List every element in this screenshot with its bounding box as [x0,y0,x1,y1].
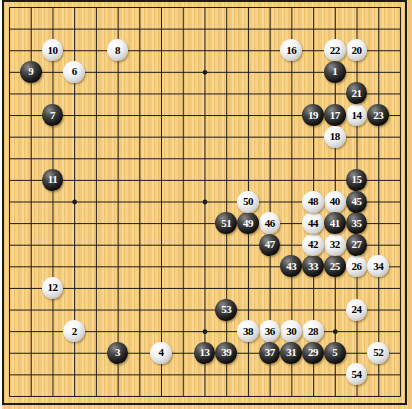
white-stone-4[interactable]: 4 [150,342,172,364]
move-number: 29 [308,347,318,358]
board-point: 49 [237,212,259,234]
black-stone-51[interactable]: 51 [215,212,237,234]
move-number: 21 [352,87,362,98]
board-point: 18 [324,126,346,148]
white-stone-2[interactable]: 2 [63,320,85,342]
board-point: 26 [346,256,368,278]
black-stone-33[interactable]: 33 [302,255,324,277]
move-number: 35 [352,217,362,228]
board-point: 40 [324,191,346,213]
board-point: 10 [42,39,64,61]
white-stone-54[interactable]: 54 [346,363,368,385]
black-stone-35[interactable]: 35 [346,212,368,234]
move-number: 6 [72,66,77,77]
move-number: 37 [265,347,275,358]
board-point: 29 [302,342,324,364]
board-point: 39 [215,342,237,364]
board-point: 52 [367,342,389,364]
board-point: 47 [259,234,281,256]
move-number: 5 [332,347,337,358]
move-number: 54 [352,368,362,379]
white-stone-6[interactable]: 6 [63,61,85,83]
white-stone-52[interactable]: 52 [367,342,389,364]
move-number: 43 [286,260,296,271]
black-stone-19[interactable]: 19 [302,104,324,126]
black-stone-7[interactable]: 7 [42,104,64,126]
move-number: 22 [330,44,340,55]
board-point: 8 [107,39,129,61]
board-point: 37 [259,342,281,364]
black-stone-53[interactable]: 53 [215,299,237,321]
white-stone-28[interactable]: 28 [302,320,324,342]
move-number: 46 [265,217,275,228]
move-number: 45 [352,196,362,207]
white-stone-22[interactable]: 22 [324,39,346,61]
move-number: 10 [47,44,57,55]
move-number: 27 [352,239,362,250]
move-number: 38 [243,325,253,336]
move-number: 14 [352,109,362,120]
black-stone-11[interactable]: 11 [42,169,64,191]
white-stone-8[interactable]: 8 [107,39,129,61]
move-number: 4 [159,347,164,358]
black-stone-9[interactable]: 9 [20,61,42,83]
go-board: 1234567891011121314151617181920212223242… [0,0,412,409]
move-number: 2 [72,325,77,336]
move-number: 52 [373,347,383,358]
board-point: 45 [346,191,368,213]
board-point: 20 [346,39,368,61]
board-point: 48 [302,191,324,213]
move-number: 15 [352,174,362,185]
board-point: 46 [259,212,281,234]
board-point: 5 [324,342,346,364]
black-stone-27[interactable]: 27 [346,234,368,256]
move-number: 44 [308,217,318,228]
white-stone-42[interactable]: 42 [302,234,324,256]
move-number: 18 [330,131,340,142]
white-stone-12[interactable]: 12 [42,277,64,299]
black-stone-45[interactable]: 45 [346,191,368,213]
move-number: 32 [330,239,340,250]
board-point: 14 [346,104,368,126]
move-number: 31 [286,347,296,358]
white-stone-48[interactable]: 48 [302,191,324,213]
white-stone-10[interactable]: 10 [42,39,64,61]
move-number: 51 [221,217,231,228]
white-stone-30[interactable]: 30 [280,320,302,342]
board-point: 36 [259,320,281,342]
board-point: 6 [63,61,85,83]
board-point: 50 [237,191,259,213]
black-stone-43[interactable]: 43 [280,255,302,277]
board-point: 51 [215,212,237,234]
board-point: 4 [150,342,172,364]
move-number: 48 [308,196,318,207]
board-point: 12 [42,277,64,299]
board-point: 31 [280,342,302,364]
move-number: 30 [286,325,296,336]
move-number: 41 [330,217,340,228]
board-point: 3 [107,342,129,364]
black-stone-13[interactable]: 13 [194,342,216,364]
move-number: 40 [330,196,340,207]
move-number: 36 [265,325,275,336]
board-point: 9 [20,61,42,83]
board-point: 7 [42,104,64,126]
board-point: 28 [302,320,324,342]
board-point: 35 [346,212,368,234]
move-number: 16 [286,44,296,55]
white-stone-40[interactable]: 40 [324,191,346,213]
white-stone-24[interactable]: 24 [346,299,368,321]
black-stone-15[interactable]: 15 [346,169,368,191]
move-number: 53 [221,304,231,315]
board-point: 38 [237,320,259,342]
board-point: 54 [346,364,368,386]
board-point: 22 [324,39,346,61]
black-stone-47[interactable]: 47 [259,234,281,256]
move-number: 25 [330,260,340,271]
move-number: 1 [332,66,337,77]
white-stone-36[interactable]: 36 [259,320,281,342]
move-number: 13 [199,347,209,358]
move-number: 33 [308,260,318,271]
black-stone-29[interactable]: 29 [302,342,324,364]
white-stone-46[interactable]: 46 [259,212,281,234]
board-point: 32 [324,234,346,256]
black-stone-37[interactable]: 37 [259,342,281,364]
board-point: 16 [280,39,302,61]
move-number: 47 [265,239,275,250]
stones-layer: 1234567891011121314151617181920212223242… [0,0,411,407]
board-point: 24 [346,299,368,321]
board-point: 13 [194,342,216,364]
move-number: 8 [115,44,120,55]
black-stone-49[interactable]: 49 [237,212,259,234]
black-stone-31[interactable]: 31 [280,342,302,364]
board-point: 25 [324,256,346,278]
board-point: 23 [367,104,389,126]
white-stone-18[interactable]: 18 [324,126,346,148]
white-stone-34[interactable]: 34 [367,255,389,277]
move-number: 19 [308,109,318,120]
move-number: 49 [243,217,253,228]
move-number: 17 [330,109,340,120]
black-stone-17[interactable]: 17 [324,104,346,126]
move-number: 26 [352,260,362,271]
board-point: 15 [346,169,368,191]
move-number: 9 [28,66,33,77]
white-stone-32[interactable]: 32 [324,234,346,256]
white-stone-20[interactable]: 20 [346,39,368,61]
board-point: 11 [42,169,64,191]
board-point: 41 [324,212,346,234]
board-point: 27 [346,234,368,256]
move-number: 50 [243,196,253,207]
white-stone-16[interactable]: 16 [280,39,302,61]
black-stone-23[interactable]: 23 [367,104,389,126]
move-number: 34 [373,260,383,271]
move-number: 11 [48,174,57,185]
board-point: 43 [280,256,302,278]
move-number: 24 [352,304,362,315]
white-stone-44[interactable]: 44 [302,212,324,234]
board-point: 21 [346,83,368,105]
black-stone-21[interactable]: 21 [346,82,368,104]
board-point: 42 [302,234,324,256]
white-stone-38[interactable]: 38 [237,320,259,342]
board-point: 19 [302,104,324,126]
black-stone-25[interactable]: 25 [324,255,346,277]
move-number: 12 [47,282,57,293]
black-stone-1[interactable]: 1 [324,61,346,83]
board-point: 34 [367,256,389,278]
move-number: 39 [221,347,231,358]
board-point: 53 [215,299,237,321]
white-stone-26[interactable]: 26 [346,255,368,277]
board-point: 44 [302,212,324,234]
white-stone-50[interactable]: 50 [237,191,259,213]
black-stone-39[interactable]: 39 [215,342,237,364]
board-point: 33 [302,256,324,278]
board-point: 2 [63,320,85,342]
move-number: 42 [308,239,318,250]
move-number: 3 [115,347,120,358]
board-point: 1 [324,61,346,83]
board-point: 17 [324,104,346,126]
black-stone-5[interactable]: 5 [324,342,346,364]
move-number: 7 [50,109,55,120]
move-number: 20 [352,44,362,55]
move-number: 23 [373,109,383,120]
black-stone-41[interactable]: 41 [324,212,346,234]
black-stone-3[interactable]: 3 [107,342,129,364]
board-point: 30 [280,320,302,342]
white-stone-14[interactable]: 14 [346,104,368,126]
move-number: 28 [308,325,318,336]
